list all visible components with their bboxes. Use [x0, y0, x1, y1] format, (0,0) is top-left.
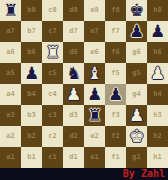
- square-f8: f8: [105, 0, 126, 21]
- square-b3: b3: [21, 105, 42, 126]
- chess-board: ♜b8c8d8e8f8♚h8a7b7c7d7e7f7♟♟a6b6♜d6e6f6g…: [0, 0, 168, 168]
- piece-white-pawn: ♟: [150, 63, 165, 84]
- square-a1: a1: [0, 147, 21, 168]
- square-label: h1: [153, 154, 161, 161]
- square-g3: ♟: [126, 105, 147, 126]
- square-label: a1: [6, 154, 14, 161]
- square-label: b3: [27, 112, 35, 119]
- square-d4: ♟: [63, 84, 84, 105]
- square-label: d1: [69, 154, 77, 161]
- square-label: f2: [111, 133, 119, 140]
- square-g4: g4: [126, 84, 147, 105]
- square-label: e6: [90, 49, 98, 56]
- square-label: g4: [132, 91, 140, 98]
- square-g5: g5: [126, 63, 147, 84]
- square-label: h2: [153, 133, 161, 140]
- square-g6: g6: [126, 42, 147, 63]
- chess-diagram: ♜b8c8d8e8f8♚h8a7b7c7d7e7f7♟♟a6b6♜d6e6f6g…: [0, 0, 168, 180]
- square-h5: ♟: [147, 63, 168, 84]
- square-label: b6: [27, 49, 35, 56]
- square-label: h4: [153, 91, 161, 98]
- square-label: b8: [27, 7, 35, 14]
- square-label: d3: [69, 112, 77, 119]
- square-a8: ♜: [0, 0, 21, 21]
- square-label: c4: [48, 91, 56, 98]
- square-b5: ♟: [21, 63, 42, 84]
- square-f6: f6: [105, 42, 126, 63]
- square-label: d2: [69, 133, 77, 140]
- square-label: f5: [111, 70, 119, 77]
- square-h2: h2: [147, 126, 168, 147]
- square-a7: a7: [0, 21, 21, 42]
- square-label: f6: [111, 49, 119, 56]
- square-a4: a4: [0, 84, 21, 105]
- square-c5: c5: [42, 63, 63, 84]
- square-label: e8: [90, 7, 98, 14]
- square-b4: b4: [21, 84, 42, 105]
- piece-black-pawn: ♟: [108, 84, 123, 105]
- square-e7: e7: [84, 21, 105, 42]
- square-label: g6: [132, 49, 140, 56]
- square-label: f7: [111, 28, 119, 35]
- square-label: h3: [153, 112, 161, 119]
- square-a2: a2: [0, 126, 21, 147]
- square-label: c1: [48, 154, 56, 161]
- square-b2: b2: [21, 126, 42, 147]
- piece-black-king: ♚: [129, 0, 144, 21]
- square-d2: d2: [63, 126, 84, 147]
- piece-black-pawn: ♟: [150, 21, 165, 42]
- square-f5: f5: [105, 63, 126, 84]
- piece-black-rook: ♜: [87, 105, 102, 126]
- piece-black-pawn: ♟: [129, 21, 144, 42]
- square-h8: h8: [147, 0, 168, 21]
- square-b1: b1: [21, 147, 42, 168]
- square-e2: e2: [84, 126, 105, 147]
- piece-black-pawn: ♟: [24, 63, 39, 84]
- square-label: h8: [153, 7, 161, 14]
- square-label: d6: [69, 49, 77, 56]
- square-c8: c8: [42, 0, 63, 21]
- square-f1: f1: [105, 147, 126, 168]
- square-label: f8: [111, 7, 119, 14]
- square-label: b2: [27, 133, 35, 140]
- square-label: b7: [27, 28, 35, 35]
- square-d1: d1: [63, 147, 84, 168]
- square-label: f3: [111, 112, 119, 119]
- square-label: d7: [69, 28, 77, 35]
- piece-white-bishop: ♝: [87, 63, 102, 84]
- square-h7: ♟: [147, 21, 168, 42]
- square-label: e7: [90, 28, 98, 35]
- square-label: a3: [6, 112, 14, 119]
- square-f4: ♟: [105, 84, 126, 105]
- square-b6: b6: [21, 42, 42, 63]
- square-c3: c3: [42, 105, 63, 126]
- square-e3: ♜: [84, 105, 105, 126]
- piece-white-king: ♚: [129, 126, 144, 147]
- square-c7: c7: [42, 21, 63, 42]
- square-e8: e8: [84, 0, 105, 21]
- square-h4: h4: [147, 84, 168, 105]
- piece-black-pawn: ♟: [87, 84, 102, 105]
- square-g2: ♚: [126, 126, 147, 147]
- square-label: g1: [132, 154, 140, 161]
- square-a5: a5: [0, 63, 21, 84]
- square-f3: f3: [105, 105, 126, 126]
- square-label: c3: [48, 112, 56, 119]
- square-g8: ♚: [126, 0, 147, 21]
- piece-black-rook: ♜: [3, 0, 18, 21]
- square-label: e1: [90, 154, 98, 161]
- square-label: a5: [6, 70, 14, 77]
- square-label: a4: [6, 91, 14, 98]
- square-a6: a6: [0, 42, 21, 63]
- square-label: b1: [27, 154, 35, 161]
- square-h6: h6: [147, 42, 168, 63]
- square-label: c5: [48, 70, 56, 77]
- square-label: c8: [48, 7, 56, 14]
- square-e5: ♝: [84, 63, 105, 84]
- footer-bar: By Zahl: [0, 168, 168, 180]
- piece-black-knight: ♞: [66, 63, 81, 84]
- square-b8: b8: [21, 0, 42, 21]
- square-c1: c1: [42, 147, 63, 168]
- square-label: g5: [132, 70, 140, 77]
- piece-white-pawn: ♟: [129, 105, 144, 126]
- piece-white-rook: ♜: [45, 42, 60, 63]
- square-d3: d3: [63, 105, 84, 126]
- square-label: e2: [90, 133, 98, 140]
- square-label: h6: [153, 49, 161, 56]
- square-d6: d6: [63, 42, 84, 63]
- square-label: a7: [6, 28, 14, 35]
- square-label: d8: [69, 7, 77, 14]
- credit-text: By Zahl: [123, 168, 165, 180]
- square-label: a6: [6, 49, 14, 56]
- square-a3: a3: [0, 105, 21, 126]
- square-e4: ♟: [84, 84, 105, 105]
- square-c6: ♜: [42, 42, 63, 63]
- square-label: a2: [6, 133, 14, 140]
- square-label: b4: [27, 91, 35, 98]
- square-b7: b7: [21, 21, 42, 42]
- square-f7: f7: [105, 21, 126, 42]
- square-h1: h1: [147, 147, 168, 168]
- square-e1: e1: [84, 147, 105, 168]
- square-label: c2: [48, 133, 56, 140]
- piece-white-pawn: ♟: [66, 84, 81, 105]
- square-d7: d7: [63, 21, 84, 42]
- square-label: c7: [48, 28, 56, 35]
- square-e6: e6: [84, 42, 105, 63]
- square-h3: h3: [147, 105, 168, 126]
- square-c2: c2: [42, 126, 63, 147]
- square-g7: ♟: [126, 21, 147, 42]
- square-d8: d8: [63, 0, 84, 21]
- square-f2: f2: [105, 126, 126, 147]
- square-c4: c4: [42, 84, 63, 105]
- square-g1: g1: [126, 147, 147, 168]
- square-label: f1: [111, 154, 119, 161]
- square-d5: ♞: [63, 63, 84, 84]
